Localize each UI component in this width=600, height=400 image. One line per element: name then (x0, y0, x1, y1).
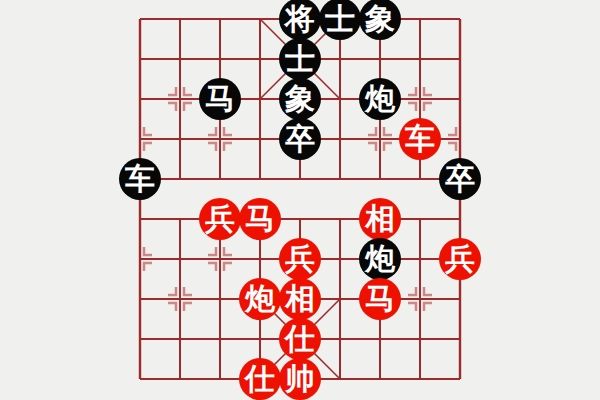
black-elephant[interactable]: 象 (279, 78, 321, 120)
black-general[interactable]: 将 (279, 0, 321, 40)
black-soldier[interactable]: 卒 (439, 158, 481, 200)
black-advisor[interactable]: 士 (279, 38, 321, 80)
red-elephant[interactable]: 相 (279, 278, 321, 320)
red-general[interactable]: 帅 (279, 358, 321, 400)
black-cannon[interactable]: 炮 (359, 238, 401, 280)
black-advisor[interactable]: 士 (319, 0, 361, 40)
red-soldier[interactable]: 兵 (279, 238, 321, 280)
red-soldier[interactable]: 兵 (199, 198, 241, 240)
black-cannon[interactable]: 炮 (359, 78, 401, 120)
black-chariot[interactable]: 车 (119, 158, 161, 200)
red-soldier[interactable]: 兵 (439, 238, 481, 280)
black-soldier[interactable]: 卒 (279, 118, 321, 160)
red-elephant[interactable]: 相 (359, 198, 401, 240)
xiangqi-board: 将士象士马象炮卒车车卒兵马相兵炮兵炮相马仕仕帅 (0, 0, 600, 400)
red-horse[interactable]: 马 (239, 198, 281, 240)
red-advisor[interactable]: 仕 (239, 358, 281, 400)
red-advisor[interactable]: 仕 (279, 318, 321, 360)
red-chariot[interactable]: 车 (399, 118, 441, 160)
black-horse[interactable]: 马 (199, 78, 241, 120)
red-cannon[interactable]: 炮 (239, 278, 281, 320)
black-elephant[interactable]: 象 (359, 0, 401, 40)
red-horse[interactable]: 马 (359, 278, 401, 320)
pieces-layer: 将士象士马象炮卒车车卒兵马相兵炮兵炮相马仕仕帅 (120, 0, 480, 399)
